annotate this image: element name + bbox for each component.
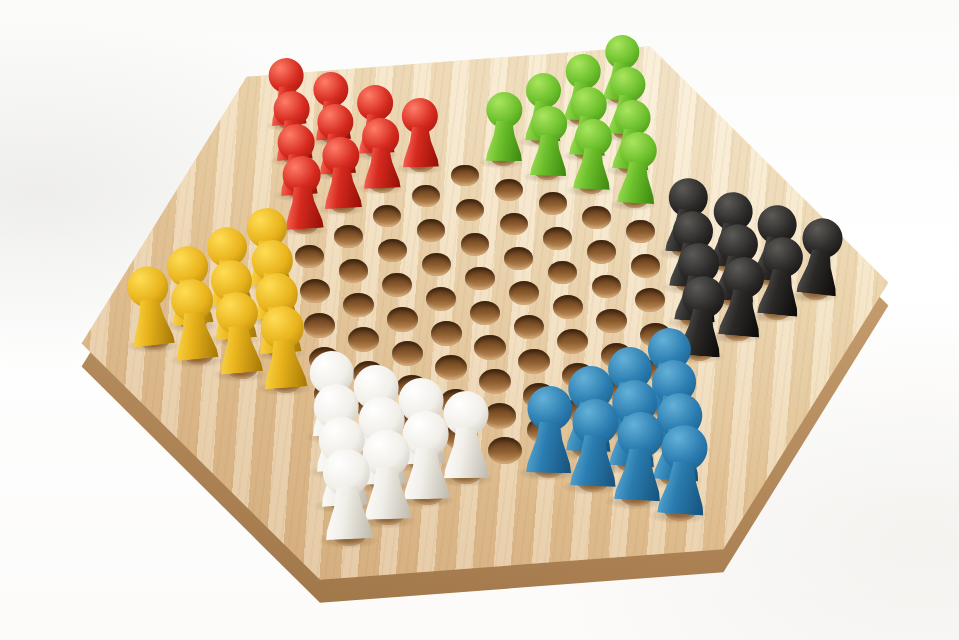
peg-green[interactable] <box>617 131 658 204</box>
peg-body <box>323 166 362 209</box>
peg-body <box>617 161 656 204</box>
peg-body <box>657 461 707 516</box>
peg-body <box>573 148 611 190</box>
peg-body <box>128 297 174 348</box>
peg-body <box>526 421 572 473</box>
peg-body <box>718 288 763 337</box>
peg-yellow[interactable] <box>125 264 175 348</box>
peg-yellow[interactable] <box>214 291 263 375</box>
peg-white[interactable] <box>322 448 373 541</box>
peg-red[interactable] <box>281 155 323 230</box>
peg-white[interactable] <box>443 391 489 478</box>
peg-body <box>324 486 374 541</box>
peg-red[interactable] <box>361 117 400 189</box>
peg-yellow[interactable] <box>169 277 219 361</box>
peg-black[interactable] <box>718 255 766 337</box>
peg-green[interactable] <box>530 105 568 175</box>
peg-red[interactable] <box>321 136 362 209</box>
peg-blue[interactable] <box>657 424 709 516</box>
peg-body <box>402 127 439 168</box>
peg-body <box>173 310 219 361</box>
peg-red[interactable] <box>402 98 440 168</box>
peg-blue[interactable] <box>614 411 665 502</box>
peg-body <box>283 185 323 230</box>
peg-green[interactable] <box>486 92 522 161</box>
peg-body <box>570 434 617 487</box>
peg-green[interactable] <box>573 118 612 190</box>
peg-body <box>362 146 400 188</box>
peg-blue[interactable] <box>570 398 619 487</box>
peg-body <box>261 338 307 389</box>
pegs-layer <box>0 0 959 640</box>
chinese-checkers-product-photo <box>0 0 959 640</box>
peg-body <box>217 324 263 375</box>
peg-body <box>443 428 489 479</box>
peg-body <box>486 121 522 161</box>
peg-yellow[interactable] <box>259 304 307 389</box>
peg-body <box>530 134 567 175</box>
peg-body <box>614 448 663 502</box>
peg-blue[interactable] <box>526 385 573 473</box>
